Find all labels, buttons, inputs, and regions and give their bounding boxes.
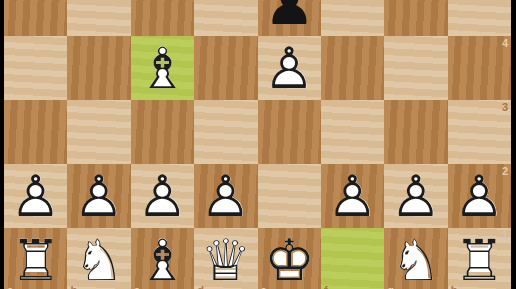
white-pawn-outline-glyph: ♙	[4, 164, 67, 228]
square-a4[interactable]	[4, 36, 67, 100]
piece-white-pawn[interactable]: ♟♙	[131, 164, 194, 228]
square-d2[interactable]: ♟♙	[194, 164, 257, 228]
square-c1[interactable]: ♝♗c	[131, 228, 194, 289]
square-g4[interactable]	[384, 36, 447, 100]
file-label-a: a	[7, 284, 13, 289]
piece-white-pawn[interactable]: ♟♙	[321, 164, 384, 228]
piece-white-queen[interactable]: ♛♕	[194, 228, 257, 289]
white-knight-outline-glyph: ♘	[67, 228, 130, 289]
board-viewport: ♟♝♗♟♙43♟♙♟♙♟♙♟♙♟♙♟♙♟♙2♜♖a♞♘b♝♗c♛♕d♚♔ef♞♘…	[4, 0, 511, 289]
piece-white-pawn[interactable]: ♟♙	[384, 164, 447, 228]
square-e4[interactable]: ♟♙	[258, 36, 321, 100]
square-d3[interactable]	[194, 100, 257, 164]
square-f5[interactable]	[321, 0, 384, 36]
white-pawn-outline-glyph: ♙	[67, 164, 130, 228]
piece-white-king[interactable]: ♚♔	[258, 228, 321, 289]
square-b5[interactable]	[67, 0, 130, 36]
file-label-g: g	[387, 284, 394, 289]
piece-white-knight[interactable]: ♞♘	[384, 228, 447, 289]
file-label-h: h	[451, 284, 458, 289]
square-b4[interactable]	[67, 36, 130, 100]
video-frame: ♟♝♗♟♙43♟♙♟♙♟♙♟♙♟♙♟♙♟♙2♜♖a♞♘b♝♗c♛♕d♚♔ef♞♘…	[0, 0, 516, 289]
white-pawn-outline-glyph: ♙	[194, 164, 257, 228]
square-f4[interactable]	[321, 36, 384, 100]
square-g1[interactable]: ♞♘g	[384, 228, 447, 289]
square-c2[interactable]: ♟♙	[131, 164, 194, 228]
white-rook-outline-glyph: ♖	[4, 228, 67, 289]
square-e2[interactable]	[258, 164, 321, 228]
square-h2[interactable]: ♟♙2	[448, 164, 511, 228]
file-label-b: b	[70, 284, 77, 289]
file-label-d: d	[197, 284, 204, 289]
piece-white-pawn[interactable]: ♟♙	[258, 36, 321, 100]
square-c3[interactable]	[131, 100, 194, 164]
square-g3[interactable]	[384, 100, 447, 164]
piece-white-rook[interactable]: ♜♖	[4, 228, 67, 289]
square-a3[interactable]	[4, 100, 67, 164]
square-h4[interactable]: 4	[448, 36, 511, 100]
square-a1[interactable]: ♜♖a	[4, 228, 67, 289]
square-b1[interactable]: ♞♘b	[67, 228, 130, 289]
piece-white-pawn[interactable]: ♟♙	[4, 164, 67, 228]
white-knight-outline-glyph: ♘	[384, 228, 447, 289]
square-h3[interactable]: 3	[448, 100, 511, 164]
file-label-f: f	[324, 284, 328, 289]
piece-white-bishop[interactable]: ♝♗	[131, 36, 194, 100]
square-f1[interactable]: f	[321, 228, 384, 289]
file-label-e: e	[261, 284, 267, 289]
white-bishop-outline-glyph: ♗	[131, 36, 194, 100]
square-e5[interactable]: ♟	[258, 0, 321, 36]
square-e3[interactable]	[258, 100, 321, 164]
piece-white-knight[interactable]: ♞♘	[67, 228, 130, 289]
chess-board: ♟♝♗♟♙43♟♙♟♙♟♙♟♙♟♙♟♙♟♙2♜♖a♞♘b♝♗c♛♕d♚♔ef♞♘…	[4, 0, 511, 289]
square-g2[interactable]: ♟♙	[384, 164, 447, 228]
piece-white-bishop[interactable]: ♝♗	[131, 228, 194, 289]
rank-label-4: 4	[502, 37, 508, 49]
square-h1[interactable]: ♜♖1h	[448, 228, 511, 289]
square-d1[interactable]: ♛♕d	[194, 228, 257, 289]
white-bishop-outline-glyph: ♗	[131, 228, 194, 289]
white-pawn-outline-glyph: ♙	[258, 36, 321, 100]
white-queen-outline-glyph: ♕	[194, 228, 257, 289]
white-pawn-outline-glyph: ♙	[321, 164, 384, 228]
square-f2[interactable]: ♟♙	[321, 164, 384, 228]
piece-black-pawn[interactable]: ♟	[258, 0, 321, 36]
piece-white-pawn[interactable]: ♟♙	[67, 164, 130, 228]
square-g5[interactable]	[384, 0, 447, 36]
black-pawn-glyph: ♟	[258, 0, 321, 36]
file-label-c: c	[134, 284, 140, 289]
rank-label-2: 2	[502, 165, 508, 177]
piece-white-pawn[interactable]: ♟♙	[194, 164, 257, 228]
square-c4[interactable]: ♝♗	[131, 36, 194, 100]
square-a2[interactable]: ♟♙	[4, 164, 67, 228]
square-f3[interactable]	[321, 100, 384, 164]
square-a5[interactable]	[4, 0, 67, 36]
square-d5[interactable]	[194, 0, 257, 36]
rank-label-1: 1	[502, 229, 508, 241]
square-b2[interactable]: ♟♙	[67, 164, 130, 228]
square-c5[interactable]	[131, 0, 194, 36]
square-d4[interactable]	[194, 36, 257, 100]
white-king-outline-glyph: ♔	[258, 228, 321, 289]
white-pawn-outline-glyph: ♙	[384, 164, 447, 228]
white-pawn-outline-glyph: ♙	[131, 164, 194, 228]
square-h5[interactable]	[448, 0, 511, 36]
square-b3[interactable]	[67, 100, 130, 164]
rank-label-3: 3	[502, 101, 508, 113]
square-e1[interactable]: ♚♔e	[258, 228, 321, 289]
